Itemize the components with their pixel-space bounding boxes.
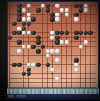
black-stone <box>36 49 40 53</box>
black-stone <box>55 40 59 44</box>
black-stone <box>36 40 40 44</box>
black-stone <box>31 31 35 35</box>
go-board[interactable] <box>8 2 98 88</box>
white-stone <box>55 76 59 80</box>
hoshi-point <box>52 73 53 74</box>
black-stone <box>41 45 45 49</box>
white-stone <box>60 8 64 12</box>
white-stone <box>55 17 59 21</box>
taskbar-item[interactable] <box>16 95 27 98</box>
white-stone <box>65 40 69 44</box>
white-stone <box>22 31 26 35</box>
white-stone <box>65 13 69 17</box>
white-stone <box>74 67 78 71</box>
black-stone <box>12 22 16 26</box>
black-stone <box>36 8 40 12</box>
white-stone <box>41 4 45 8</box>
go-board-grid <box>9 5 96 88</box>
white-stone <box>50 35 54 39</box>
black-stone <box>26 22 30 26</box>
black-stone <box>60 31 64 35</box>
black-stone <box>17 17 21 21</box>
black-stone <box>31 17 35 21</box>
black-stone <box>79 8 83 12</box>
white-stone <box>79 45 83 49</box>
black-stone <box>17 40 21 44</box>
black-stone <box>74 4 78 8</box>
white-stone <box>60 40 64 44</box>
white-stone <box>55 4 59 8</box>
white-stone <box>84 40 88 44</box>
white-stone <box>50 67 54 71</box>
white-stone <box>22 45 26 49</box>
black-stone <box>7 35 11 39</box>
taskbar-item[interactable] <box>8 95 14 98</box>
taskbar[interactable] <box>7 94 99 101</box>
white-stone <box>26 4 30 8</box>
black-stone <box>88 31 92 35</box>
hoshi-point <box>80 73 81 74</box>
white-stone <box>55 49 59 53</box>
white-stone <box>31 63 35 67</box>
black-stone <box>12 31 16 35</box>
hoshi-point <box>80 19 81 20</box>
black-stone <box>12 63 16 67</box>
black-stone <box>17 63 21 67</box>
white-stone <box>26 31 30 35</box>
black-stone <box>17 31 21 35</box>
white-stone <box>74 17 78 21</box>
photo-frame <box>0 0 100 100</box>
black-stone <box>45 8 49 12</box>
black-stone <box>79 31 83 35</box>
black-stone <box>50 17 54 21</box>
white-stone <box>17 49 21 53</box>
screen <box>7 1 99 100</box>
white-stone <box>55 58 59 62</box>
white-stone <box>22 8 26 12</box>
black-stone <box>84 31 88 35</box>
white-stone <box>45 54 49 58</box>
white-stone <box>84 8 88 12</box>
white-stone <box>26 45 30 49</box>
black-stone <box>22 72 26 76</box>
black-stone <box>45 63 49 67</box>
black-stone <box>31 45 35 49</box>
hoshi-point <box>52 46 53 47</box>
black-stone <box>36 63 40 67</box>
white-stone <box>50 49 54 53</box>
black-stone <box>26 72 30 76</box>
black-stone <box>65 31 69 35</box>
black-stone <box>74 35 78 39</box>
